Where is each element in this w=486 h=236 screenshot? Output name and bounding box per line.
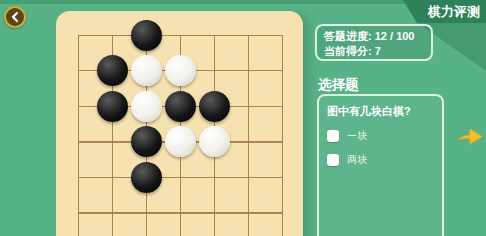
chevron-left-icon [10, 11, 20, 23]
white-stone [131, 91, 162, 122]
option-row-1[interactable]: 一块 [327, 129, 434, 143]
go-board[interactable] [56, 11, 303, 236]
options-list: 一块两块 [327, 129, 434, 167]
score-value: 7 [375, 45, 381, 57]
board-grid [78, 35, 283, 236]
black-stone [131, 162, 162, 193]
black-stone [97, 55, 128, 86]
title-banner: 棋力评测 [400, 0, 486, 23]
score-line: 当前得分: 7 [324, 44, 424, 59]
white-stone [199, 126, 230, 157]
progress-label: 答题进度: [324, 30, 372, 42]
section-title: 选择题 [318, 76, 359, 94]
question-text: 图中有几块白棋? [327, 104, 434, 119]
white-stone [131, 55, 162, 86]
progress-box: 答题进度: 12 / 100 当前得分: 7 [315, 24, 433, 61]
black-stone [131, 20, 162, 51]
black-stone [165, 91, 196, 122]
arrow-right-icon [457, 123, 484, 148]
black-stone [97, 91, 128, 122]
option-row-2[interactable]: 两块 [327, 153, 434, 167]
option-checkbox[interactable] [327, 130, 339, 142]
progress-line: 答题进度: 12 / 100 [324, 29, 424, 44]
question-box: 图中有几块白棋? 一块两块 [317, 94, 444, 236]
black-stone [199, 91, 230, 122]
black-stone [131, 126, 162, 157]
app-root: 棋力评测 答题进度: 12 / 100 当前得分: 7 选择题 图中有几块白棋?… [0, 0, 486, 236]
next-arrow-button[interactable] [457, 123, 484, 148]
page-title: 棋力评测 [428, 4, 480, 19]
white-stone [165, 55, 196, 86]
option-label: 一块 [347, 129, 367, 143]
white-stone [165, 126, 196, 157]
back-button[interactable] [4, 6, 26, 28]
option-label: 两块 [347, 153, 367, 167]
score-label: 当前得分: [324, 45, 372, 57]
option-checkbox[interactable] [327, 154, 339, 166]
progress-value: 12 / 100 [375, 30, 415, 42]
